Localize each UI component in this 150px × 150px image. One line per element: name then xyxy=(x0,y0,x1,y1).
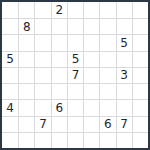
cell-r6c4[interactable] xyxy=(51,83,67,99)
cell-r5c4[interactable] xyxy=(51,67,67,83)
cell-r3c1[interactable] xyxy=(2,34,18,50)
cell-r4c4[interactable] xyxy=(51,51,67,67)
cell-r2c7[interactable] xyxy=(99,18,115,34)
cell-r5c5[interactable]: 7 xyxy=(67,67,83,83)
cell-r1c7[interactable] xyxy=(99,2,115,18)
cell-r7c3[interactable] xyxy=(34,99,50,115)
cell-r8c6[interactable] xyxy=(83,116,99,132)
cell-r1c2[interactable] xyxy=(18,2,34,18)
cell-r5c1[interactable] xyxy=(2,67,18,83)
puzzle-stage: 285557346767 xyxy=(0,0,150,150)
cell-r2c8[interactable] xyxy=(116,18,132,34)
cell-r5c6[interactable] xyxy=(83,67,99,83)
cell-r6c8[interactable] xyxy=(116,83,132,99)
cell-r5c8[interactable]: 3 xyxy=(116,67,132,83)
cell-r6c2[interactable] xyxy=(18,83,34,99)
cell-r3c8[interactable]: 5 xyxy=(116,34,132,50)
cell-r3c7[interactable] xyxy=(99,34,115,50)
cell-r7c6[interactable] xyxy=(83,99,99,115)
cell-r1c3[interactable] xyxy=(34,2,50,18)
cell-r7c8[interactable] xyxy=(116,99,132,115)
cell-r5c9[interactable] xyxy=(132,67,148,83)
cell-r9c6[interactable] xyxy=(83,132,99,148)
cell-r8c9[interactable] xyxy=(132,116,148,132)
cell-r9c3[interactable] xyxy=(34,132,50,148)
cell-r5c2[interactable] xyxy=(18,67,34,83)
cell-r6c3[interactable] xyxy=(34,83,50,99)
cell-r9c2[interactable] xyxy=(18,132,34,148)
cell-r7c5[interactable] xyxy=(67,99,83,115)
cell-r9c7[interactable] xyxy=(99,132,115,148)
cell-r4c9[interactable] xyxy=(132,51,148,67)
cell-r8c4[interactable] xyxy=(51,116,67,132)
cell-r9c5[interactable] xyxy=(67,132,83,148)
cell-r5c7[interactable] xyxy=(99,67,115,83)
cell-r3c6[interactable] xyxy=(83,34,99,50)
cell-r4c5[interactable]: 5 xyxy=(67,51,83,67)
cell-r2c1[interactable] xyxy=(2,18,18,34)
cell-r1c8[interactable] xyxy=(116,2,132,18)
cell-r3c5[interactable] xyxy=(67,34,83,50)
cell-r7c2[interactable] xyxy=(18,99,34,115)
cell-r7c4[interactable]: 6 xyxy=(51,99,67,115)
cell-r2c6[interactable] xyxy=(83,18,99,34)
cell-r2c2[interactable]: 8 xyxy=(18,18,34,34)
cell-r8c8[interactable]: 7 xyxy=(116,116,132,132)
cell-r9c8[interactable] xyxy=(116,132,132,148)
cell-r9c1[interactable] xyxy=(2,132,18,148)
cell-r6c1[interactable] xyxy=(2,83,18,99)
cell-r2c9[interactable] xyxy=(132,18,148,34)
cell-r6c6[interactable] xyxy=(83,83,99,99)
cell-r2c5[interactable] xyxy=(67,18,83,34)
cell-r3c4[interactable] xyxy=(51,34,67,50)
cell-r8c7[interactable]: 6 xyxy=(99,116,115,132)
cell-r4c1[interactable]: 5 xyxy=(2,51,18,67)
cell-r6c5[interactable] xyxy=(67,83,83,99)
cell-r3c3[interactable] xyxy=(34,34,50,50)
cell-r9c4[interactable] xyxy=(51,132,67,148)
cell-r4c3[interactable] xyxy=(34,51,50,67)
sudoku-board: 285557346767 xyxy=(0,0,150,150)
cell-r5c3[interactable] xyxy=(34,67,50,83)
cell-r8c1[interactable] xyxy=(2,116,18,132)
cell-r7c9[interactable] xyxy=(132,99,148,115)
cell-r1c6[interactable] xyxy=(83,2,99,18)
cell-r6c7[interactable] xyxy=(99,83,115,99)
cell-r7c7[interactable] xyxy=(99,99,115,115)
cell-r3c9[interactable] xyxy=(132,34,148,50)
cell-r2c4[interactable] xyxy=(51,18,67,34)
cell-r1c1[interactable] xyxy=(2,2,18,18)
cell-r4c6[interactable] xyxy=(83,51,99,67)
cell-r8c5[interactable] xyxy=(67,116,83,132)
cell-r1c5[interactable] xyxy=(67,2,83,18)
cell-r4c8[interactable] xyxy=(116,51,132,67)
cell-r1c4[interactable]: 2 xyxy=(51,2,67,18)
cell-r8c3[interactable]: 7 xyxy=(34,116,50,132)
cell-r9c9[interactable] xyxy=(132,132,148,148)
cell-r3c2[interactable] xyxy=(18,34,34,50)
cell-r6c9[interactable] xyxy=(132,83,148,99)
cell-r1c9[interactable] xyxy=(132,2,148,18)
cell-r4c2[interactable] xyxy=(18,51,34,67)
cell-r4c7[interactable] xyxy=(99,51,115,67)
cell-r2c3[interactable] xyxy=(34,18,50,34)
cell-r8c2[interactable] xyxy=(18,116,34,132)
cell-r7c1[interactable]: 4 xyxy=(2,99,18,115)
